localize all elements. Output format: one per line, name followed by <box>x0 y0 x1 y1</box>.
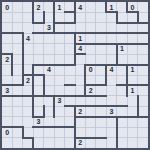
cell-r5c10[interactable] <box>96 44 106 54</box>
region-border-segment-h <box>126 11 138 13</box>
cell-r12c13[interactable] <box>127 117 137 127</box>
region-border-segment-h <box>11 84 23 86</box>
clue-digit: 4 <box>106 66 116 73</box>
region-border-segment-h <box>22 137 34 139</box>
region-border-segment-v <box>11 64 13 76</box>
clue-digit: 4 <box>44 66 54 73</box>
clue-digit: 2 <box>33 4 43 11</box>
cell-r2c8[interactable] <box>75 12 85 22</box>
cell-r1c14[interactable] <box>138 2 148 12</box>
cell-r14c2[interactable] <box>12 138 22 148</box>
cell-r4c6[interactable] <box>54 33 64 43</box>
puzzle-board[interactable]: 02141034141240412321323302 <box>0 0 150 150</box>
cell-r13c13[interactable] <box>127 127 137 137</box>
cell-r2c2[interactable] <box>12 12 22 22</box>
cell-r14c13[interactable] <box>127 138 137 148</box>
cell-r4c4[interactable] <box>33 33 43 43</box>
clue-digit: 1 <box>106 4 116 11</box>
cell-r14c10[interactable] <box>96 138 106 148</box>
region-border-segment-h <box>137 43 149 45</box>
cell-r14c14[interactable] <box>138 138 148 148</box>
cell-r13c12[interactable] <box>117 127 127 137</box>
region-border-segment-h <box>64 22 76 24</box>
cell-r11c6[interactable] <box>54 106 64 116</box>
cell-r13c6[interactable] <box>54 127 64 137</box>
clue-digit: 2 <box>85 87 95 94</box>
cell-r12c10[interactable] <box>96 117 106 127</box>
clue-digit: 3 <box>44 24 54 31</box>
cell-r10c1[interactable] <box>2 96 12 106</box>
cell-r13c4[interactable] <box>33 127 43 137</box>
cell-r2c10[interactable] <box>96 12 106 22</box>
clue-digit: 1 <box>127 87 137 94</box>
region-border-segment-v <box>116 137 118 149</box>
cell-r14c12[interactable] <box>117 138 127 148</box>
cell-r7c7[interactable] <box>65 65 75 75</box>
cell-r12c14[interactable] <box>138 117 148 127</box>
region-border-segment-h <box>64 64 76 66</box>
cell-r5c5[interactable] <box>44 44 54 54</box>
cell-r5c3[interactable] <box>23 44 33 54</box>
cell-r14c6[interactable] <box>54 138 64 148</box>
region-border-segment-h <box>116 105 128 107</box>
cell-r7c14[interactable] <box>138 65 148 75</box>
clue-digit: 3 <box>2 87 12 94</box>
cell-r13c5[interactable] <box>44 127 54 137</box>
region-border-segment-h <box>64 11 76 13</box>
clue-digit: 1 <box>127 66 137 73</box>
cell-r4c1[interactable] <box>2 33 12 43</box>
cell-r12c9[interactable] <box>85 117 95 127</box>
clue-digit: 4 <box>75 4 85 11</box>
cell-r5c9[interactable] <box>85 44 95 54</box>
region-border-segment-h <box>64 126 76 128</box>
region-border-segment-h <box>74 53 86 55</box>
cell-r10c14[interactable] <box>138 96 148 106</box>
region-border-segment-h <box>137 32 149 34</box>
region-border-segment-h <box>137 84 149 86</box>
cell-r13c14[interactable] <box>138 127 148 137</box>
cell-r2c1[interactable] <box>2 12 12 22</box>
clue-digit: 3 <box>54 97 64 104</box>
clue-digit: 4 <box>75 45 85 52</box>
region-border-segment-h <box>95 137 107 139</box>
clue-digit: 1 <box>54 4 64 11</box>
cell-r11c1[interactable] <box>2 106 12 116</box>
cell-r14c5[interactable] <box>44 138 54 148</box>
region-border-segment-h <box>64 84 76 86</box>
cell-r10c2[interactable] <box>12 96 22 106</box>
cell-r1c2[interactable] <box>12 2 22 12</box>
clue-digit: 1 <box>117 45 127 52</box>
cell-r5c4[interactable] <box>33 44 43 54</box>
cell-r1c9[interactable] <box>85 2 95 12</box>
region-border-segment-h <box>95 95 107 97</box>
cell-r4c5[interactable] <box>44 33 54 43</box>
clue-digit: 3 <box>33 118 43 125</box>
cell-r14c9[interactable] <box>85 138 95 148</box>
clue-digit: 0 <box>2 129 12 136</box>
cell-r12c8[interactable] <box>75 117 85 127</box>
clue-digit: 2 <box>2 56 12 63</box>
region-border-segment-h <box>137 64 149 66</box>
cell-r14c1[interactable] <box>2 138 12 148</box>
cell-r11c2[interactable] <box>12 106 22 116</box>
region-border-segment-h <box>137 116 149 118</box>
cell-r9c14[interactable] <box>138 85 148 95</box>
clue-digit: 1 <box>75 35 85 42</box>
clue-digit: 2 <box>75 139 85 146</box>
cell-r9c11[interactable] <box>106 85 116 95</box>
clue-digit: 2 <box>23 77 33 84</box>
region-border-segment-h <box>11 126 23 128</box>
region-border-segment-h <box>137 22 149 24</box>
cell-r2c9[interactable] <box>85 12 95 22</box>
region-border-segment-h <box>105 11 117 13</box>
cell-r5c6[interactable] <box>54 44 64 54</box>
clue-digit: 4 <box>23 35 33 42</box>
clue-digit: 2 <box>75 108 85 115</box>
cell-r14c4[interactable] <box>33 138 43 148</box>
clue-digit: 0 <box>127 4 137 11</box>
region-border-segment-v <box>53 105 55 117</box>
clue-digit: 3 <box>106 108 116 115</box>
cell-r5c14[interactable] <box>138 44 148 54</box>
clue-digit: 0 <box>85 66 95 73</box>
cell-r7c6[interactable] <box>54 65 64 75</box>
cell-r8c5[interactable] <box>44 75 54 85</box>
region-border-segment-h <box>95 84 107 86</box>
clue-digit: 0 <box>2 4 12 11</box>
cell-r5c13[interactable] <box>127 44 137 54</box>
region-border-segment-h <box>32 74 44 76</box>
cell-r12c12[interactable] <box>117 117 127 127</box>
